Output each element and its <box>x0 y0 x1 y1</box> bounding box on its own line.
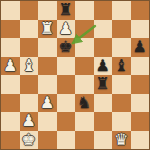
square-d5[interactable] <box>57 57 76 76</box>
square-a3[interactable] <box>1 94 20 113</box>
square-a8[interactable] <box>1 1 20 20</box>
piece-white-bishop[interactable]: ♝ <box>22 57 36 73</box>
square-b5[interactable]: ♝ <box>20 57 39 76</box>
piece-black-bishop[interactable]: ♝ <box>114 57 128 73</box>
square-a1[interactable] <box>1 131 20 150</box>
square-c3[interactable]: ♟ <box>38 94 57 113</box>
square-a6[interactable] <box>1 38 20 57</box>
square-c8[interactable] <box>38 1 57 20</box>
square-h5[interactable] <box>131 57 150 76</box>
square-c6[interactable] <box>38 38 57 57</box>
square-a4[interactable] <box>1 75 20 94</box>
square-h3[interactable] <box>131 94 150 113</box>
piece-white-pawn[interactable]: ♟ <box>59 20 73 36</box>
square-g5[interactable]: ♝ <box>112 57 131 76</box>
square-b4[interactable] <box>20 75 39 94</box>
square-e4[interactable] <box>75 75 94 94</box>
piece-white-pawn[interactable]: ♟ <box>22 113 36 129</box>
square-g6[interactable] <box>112 38 131 57</box>
square-h2[interactable] <box>131 112 150 131</box>
square-d3[interactable] <box>57 94 76 113</box>
square-e7[interactable] <box>75 20 94 39</box>
square-d1[interactable] <box>57 131 76 150</box>
square-f6[interactable] <box>94 38 113 57</box>
piece-black-king[interactable]: ♚ <box>59 39 73 55</box>
piece-black-pawn[interactable]: ♟ <box>96 57 110 73</box>
square-d4[interactable] <box>57 75 76 94</box>
piece-black-knight[interactable]: ♞ <box>77 94 91 110</box>
square-e8[interactable] <box>75 1 94 20</box>
chess-board: ♜♜♟♚♟♟♝♟♝♜♟♞♟♚♛ <box>0 0 150 150</box>
square-c4[interactable] <box>38 75 57 94</box>
square-h4[interactable] <box>131 75 150 94</box>
square-c7[interactable]: ♜ <box>38 20 57 39</box>
square-c5[interactable] <box>38 57 57 76</box>
piece-black-pawn[interactable]: ♟ <box>133 39 147 55</box>
chess-board-area: ♜♜♟♚♟♟♝♟♝♜♟♞♟♚♛ <box>0 0 150 150</box>
square-f7[interactable] <box>94 20 113 39</box>
square-f1[interactable] <box>94 131 113 150</box>
square-d7[interactable]: ♟ <box>57 20 76 39</box>
square-a2[interactable] <box>1 112 20 131</box>
square-b7[interactable] <box>20 20 39 39</box>
square-f8[interactable] <box>94 1 113 20</box>
square-e2[interactable] <box>75 112 94 131</box>
square-e6[interactable] <box>75 38 94 57</box>
square-h8[interactable] <box>131 1 150 20</box>
square-a5[interactable]: ♟ <box>1 57 20 76</box>
piece-white-rook[interactable]: ♜ <box>40 20 54 36</box>
square-e1[interactable] <box>75 131 94 150</box>
square-f3[interactable] <box>94 94 113 113</box>
square-e5[interactable] <box>75 57 94 76</box>
square-b3[interactable] <box>20 94 39 113</box>
square-h7[interactable] <box>131 20 150 39</box>
square-f4[interactable]: ♜ <box>94 75 113 94</box>
square-b6[interactable] <box>20 38 39 57</box>
square-c1[interactable] <box>38 131 57 150</box>
square-e3[interactable]: ♞ <box>75 94 94 113</box>
square-a7[interactable] <box>1 20 20 39</box>
square-g3[interactable] <box>112 94 131 113</box>
square-b8[interactable] <box>20 1 39 20</box>
square-g1[interactable]: ♛ <box>112 131 131 150</box>
square-d8[interactable]: ♜ <box>57 1 76 20</box>
square-f5[interactable]: ♟ <box>94 57 113 76</box>
square-d2[interactable] <box>57 112 76 131</box>
square-g7[interactable] <box>112 20 131 39</box>
square-h6[interactable]: ♟ <box>131 38 150 57</box>
piece-white-pawn[interactable]: ♟ <box>40 94 54 110</box>
square-c2[interactable] <box>38 112 57 131</box>
piece-white-queen[interactable]: ♛ <box>114 131 128 147</box>
square-d6[interactable]: ♚ <box>57 38 76 57</box>
square-g4[interactable] <box>112 75 131 94</box>
square-f2[interactable] <box>94 112 113 131</box>
piece-black-rook[interactable]: ♜ <box>96 76 110 92</box>
square-g2[interactable] <box>112 112 131 131</box>
piece-white-king[interactable]: ♚ <box>22 131 36 147</box>
piece-white-pawn[interactable]: ♟ <box>3 57 17 73</box>
square-b1[interactable]: ♚ <box>20 131 39 150</box>
square-b2[interactable]: ♟ <box>20 112 39 131</box>
square-h1[interactable] <box>131 131 150 150</box>
piece-black-rook[interactable]: ♜ <box>59 2 73 18</box>
square-g8[interactable] <box>112 1 131 20</box>
